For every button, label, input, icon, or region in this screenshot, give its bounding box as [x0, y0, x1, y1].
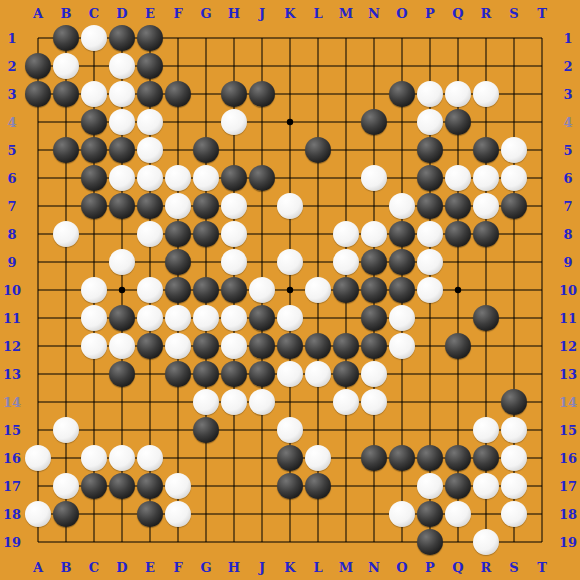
intersection-A7[interactable]: [24, 192, 52, 220]
intersection-T6[interactable]: [528, 164, 556, 192]
intersection-G8[interactable]: [192, 220, 220, 248]
intersection-P18[interactable]: [416, 500, 444, 528]
intersection-G4[interactable]: [192, 108, 220, 136]
intersection-D16[interactable]: [108, 444, 136, 472]
intersection-J19[interactable]: [248, 528, 276, 556]
intersection-N6[interactable]: [360, 164, 388, 192]
intersection-D9[interactable]: [108, 248, 136, 276]
intersection-R13[interactable]: [472, 360, 500, 388]
intersection-A15[interactable]: [24, 416, 52, 444]
intersection-J11[interactable]: [248, 304, 276, 332]
intersection-Q14[interactable]: [444, 388, 472, 416]
intersection-D7[interactable]: [108, 192, 136, 220]
intersection-D15[interactable]: [108, 416, 136, 444]
intersection-N10[interactable]: [360, 276, 388, 304]
intersection-R7[interactable]: [472, 192, 500, 220]
intersection-F16[interactable]: [164, 444, 192, 472]
intersection-P2[interactable]: [416, 52, 444, 80]
intersection-O14[interactable]: [388, 388, 416, 416]
intersection-G14[interactable]: [192, 388, 220, 416]
intersection-D11[interactable]: [108, 304, 136, 332]
intersection-H14[interactable]: [220, 388, 248, 416]
intersection-H8[interactable]: [220, 220, 248, 248]
intersection-Q9[interactable]: [444, 248, 472, 276]
intersection-M18[interactable]: [332, 500, 360, 528]
intersection-K5[interactable]: [276, 136, 304, 164]
intersection-E5[interactable]: [136, 136, 164, 164]
intersection-T4[interactable]: [528, 108, 556, 136]
intersection-J6[interactable]: [248, 164, 276, 192]
intersection-B15[interactable]: [52, 416, 80, 444]
intersection-A14[interactable]: [24, 388, 52, 416]
intersection-O12[interactable]: [388, 332, 416, 360]
intersection-N13[interactable]: [360, 360, 388, 388]
intersection-L13[interactable]: [304, 360, 332, 388]
intersection-Q7[interactable]: [444, 192, 472, 220]
intersection-Q5[interactable]: [444, 136, 472, 164]
intersection-P14[interactable]: [416, 388, 444, 416]
intersection-J5[interactable]: [248, 136, 276, 164]
intersection-R8[interactable]: [472, 220, 500, 248]
intersection-N19[interactable]: [360, 528, 388, 556]
intersection-O11[interactable]: [388, 304, 416, 332]
intersection-S12[interactable]: [500, 332, 528, 360]
intersection-G7[interactable]: [192, 192, 220, 220]
intersection-R2[interactable]: [472, 52, 500, 80]
intersection-F11[interactable]: [164, 304, 192, 332]
intersection-M10[interactable]: [332, 276, 360, 304]
intersection-S14[interactable]: [500, 388, 528, 416]
intersection-N1[interactable]: [360, 24, 388, 52]
intersection-S10[interactable]: [500, 276, 528, 304]
intersection-F1[interactable]: [164, 24, 192, 52]
intersection-H6[interactable]: [220, 164, 248, 192]
intersection-F12[interactable]: [164, 332, 192, 360]
intersection-F8[interactable]: [164, 220, 192, 248]
intersection-L10[interactable]: [304, 276, 332, 304]
intersection-P19[interactable]: [416, 528, 444, 556]
intersection-L6[interactable]: [304, 164, 332, 192]
intersection-S9[interactable]: [500, 248, 528, 276]
intersection-B5[interactable]: [52, 136, 80, 164]
intersection-F7[interactable]: [164, 192, 192, 220]
intersection-N9[interactable]: [360, 248, 388, 276]
intersection-T16[interactable]: [528, 444, 556, 472]
intersection-D10[interactable]: [108, 276, 136, 304]
intersection-S18[interactable]: [500, 500, 528, 528]
intersection-L9[interactable]: [304, 248, 332, 276]
intersection-H1[interactable]: [220, 24, 248, 52]
intersection-Q4[interactable]: [444, 108, 472, 136]
intersection-C18[interactable]: [80, 500, 108, 528]
intersection-B13[interactable]: [52, 360, 80, 388]
intersection-G10[interactable]: [192, 276, 220, 304]
intersection-C19[interactable]: [80, 528, 108, 556]
intersection-P4[interactable]: [416, 108, 444, 136]
intersection-O10[interactable]: [388, 276, 416, 304]
intersection-M2[interactable]: [332, 52, 360, 80]
intersection-B12[interactable]: [52, 332, 80, 360]
intersection-O5[interactable]: [388, 136, 416, 164]
intersection-E18[interactable]: [136, 500, 164, 528]
intersection-F2[interactable]: [164, 52, 192, 80]
intersection-B8[interactable]: [52, 220, 80, 248]
intersection-A1[interactable]: [24, 24, 52, 52]
intersection-R10[interactable]: [472, 276, 500, 304]
intersection-C13[interactable]: [80, 360, 108, 388]
intersection-G18[interactable]: [192, 500, 220, 528]
intersection-G5[interactable]: [192, 136, 220, 164]
intersection-P3[interactable]: [416, 80, 444, 108]
intersection-G1[interactable]: [192, 24, 220, 52]
intersection-P17[interactable]: [416, 472, 444, 500]
intersection-N4[interactable]: [360, 108, 388, 136]
intersection-O7[interactable]: [388, 192, 416, 220]
intersection-N8[interactable]: [360, 220, 388, 248]
intersection-H12[interactable]: [220, 332, 248, 360]
intersection-N12[interactable]: [360, 332, 388, 360]
intersection-F13[interactable]: [164, 360, 192, 388]
intersection-E3[interactable]: [136, 80, 164, 108]
intersection-H4[interactable]: [220, 108, 248, 136]
intersection-S4[interactable]: [500, 108, 528, 136]
intersection-T17[interactable]: [528, 472, 556, 500]
intersection-B6[interactable]: [52, 164, 80, 192]
intersection-M11[interactable]: [332, 304, 360, 332]
intersection-L11[interactable]: [304, 304, 332, 332]
intersection-C12[interactable]: [80, 332, 108, 360]
intersection-F6[interactable]: [164, 164, 192, 192]
intersection-D19[interactable]: [108, 528, 136, 556]
intersection-H9[interactable]: [220, 248, 248, 276]
intersection-K16[interactable]: [276, 444, 304, 472]
intersection-H16[interactable]: [220, 444, 248, 472]
intersection-A13[interactable]: [24, 360, 52, 388]
intersection-B2[interactable]: [52, 52, 80, 80]
intersection-G17[interactable]: [192, 472, 220, 500]
intersection-E2[interactable]: [136, 52, 164, 80]
intersection-K10[interactable]: [276, 276, 304, 304]
intersection-R15[interactable]: [472, 416, 500, 444]
intersection-C3[interactable]: [80, 80, 108, 108]
intersection-K3[interactable]: [276, 80, 304, 108]
intersection-F19[interactable]: [164, 528, 192, 556]
intersection-K7[interactable]: [276, 192, 304, 220]
intersection-M1[interactable]: [332, 24, 360, 52]
intersection-O3[interactable]: [388, 80, 416, 108]
intersection-O9[interactable]: [388, 248, 416, 276]
intersection-J18[interactable]: [248, 500, 276, 528]
intersection-H5[interactable]: [220, 136, 248, 164]
intersection-A12[interactable]: [24, 332, 52, 360]
intersection-J15[interactable]: [248, 416, 276, 444]
intersection-C1[interactable]: [80, 24, 108, 52]
intersection-O6[interactable]: [388, 164, 416, 192]
intersection-T5[interactable]: [528, 136, 556, 164]
intersection-O8[interactable]: [388, 220, 416, 248]
intersection-O2[interactable]: [388, 52, 416, 80]
intersection-A3[interactable]: [24, 80, 52, 108]
intersection-M14[interactable]: [332, 388, 360, 416]
intersection-A4[interactable]: [24, 108, 52, 136]
intersection-G19[interactable]: [192, 528, 220, 556]
intersection-H13[interactable]: [220, 360, 248, 388]
intersection-R16[interactable]: [472, 444, 500, 472]
intersection-M3[interactable]: [332, 80, 360, 108]
intersection-O13[interactable]: [388, 360, 416, 388]
intersection-R17[interactable]: [472, 472, 500, 500]
intersection-B7[interactable]: [52, 192, 80, 220]
intersection-M13[interactable]: [332, 360, 360, 388]
intersection-B4[interactable]: [52, 108, 80, 136]
intersection-Q11[interactable]: [444, 304, 472, 332]
intersection-P8[interactable]: [416, 220, 444, 248]
intersection-M9[interactable]: [332, 248, 360, 276]
intersection-A19[interactable]: [24, 528, 52, 556]
intersection-O1[interactable]: [388, 24, 416, 52]
intersection-A11[interactable]: [24, 304, 52, 332]
intersection-D3[interactable]: [108, 80, 136, 108]
intersection-P9[interactable]: [416, 248, 444, 276]
intersection-B1[interactable]: [52, 24, 80, 52]
intersection-D13[interactable]: [108, 360, 136, 388]
intersection-R11[interactable]: [472, 304, 500, 332]
intersection-S7[interactable]: [500, 192, 528, 220]
intersection-G2[interactable]: [192, 52, 220, 80]
intersection-P13[interactable]: [416, 360, 444, 388]
intersection-R12[interactable]: [472, 332, 500, 360]
intersection-S5[interactable]: [500, 136, 528, 164]
intersection-C5[interactable]: [80, 136, 108, 164]
intersection-K9[interactable]: [276, 248, 304, 276]
intersection-B9[interactable]: [52, 248, 80, 276]
intersection-P15[interactable]: [416, 416, 444, 444]
intersection-B16[interactable]: [52, 444, 80, 472]
intersection-K17[interactable]: [276, 472, 304, 500]
intersection-R6[interactable]: [472, 164, 500, 192]
intersection-R18[interactable]: [472, 500, 500, 528]
intersection-M5[interactable]: [332, 136, 360, 164]
intersection-N14[interactable]: [360, 388, 388, 416]
intersection-G6[interactable]: [192, 164, 220, 192]
intersection-C7[interactable]: [80, 192, 108, 220]
intersection-M16[interactable]: [332, 444, 360, 472]
intersection-A9[interactable]: [24, 248, 52, 276]
intersection-G3[interactable]: [192, 80, 220, 108]
intersection-O16[interactable]: [388, 444, 416, 472]
intersection-P7[interactable]: [416, 192, 444, 220]
intersection-A6[interactable]: [24, 164, 52, 192]
intersection-T19[interactable]: [528, 528, 556, 556]
intersection-H3[interactable]: [220, 80, 248, 108]
intersection-F14[interactable]: [164, 388, 192, 416]
intersection-H19[interactable]: [220, 528, 248, 556]
intersection-B18[interactable]: [52, 500, 80, 528]
intersection-G9[interactable]: [192, 248, 220, 276]
intersection-L14[interactable]: [304, 388, 332, 416]
intersection-T11[interactable]: [528, 304, 556, 332]
intersection-K11[interactable]: [276, 304, 304, 332]
intersection-L2[interactable]: [304, 52, 332, 80]
intersection-S11[interactable]: [500, 304, 528, 332]
intersection-H15[interactable]: [220, 416, 248, 444]
intersection-K6[interactable]: [276, 164, 304, 192]
intersection-E6[interactable]: [136, 164, 164, 192]
intersection-D14[interactable]: [108, 388, 136, 416]
intersection-E17[interactable]: [136, 472, 164, 500]
intersection-F17[interactable]: [164, 472, 192, 500]
intersection-H17[interactable]: [220, 472, 248, 500]
intersection-N17[interactable]: [360, 472, 388, 500]
intersection-C9[interactable]: [80, 248, 108, 276]
intersection-Q18[interactable]: [444, 500, 472, 528]
intersection-J16[interactable]: [248, 444, 276, 472]
intersection-K18[interactable]: [276, 500, 304, 528]
intersection-C4[interactable]: [80, 108, 108, 136]
intersection-B3[interactable]: [52, 80, 80, 108]
intersection-A2[interactable]: [24, 52, 52, 80]
intersection-A17[interactable]: [24, 472, 52, 500]
intersection-M8[interactable]: [332, 220, 360, 248]
intersection-Q2[interactable]: [444, 52, 472, 80]
intersection-R9[interactable]: [472, 248, 500, 276]
intersection-D18[interactable]: [108, 500, 136, 528]
intersection-N3[interactable]: [360, 80, 388, 108]
intersection-P11[interactable]: [416, 304, 444, 332]
intersection-E12[interactable]: [136, 332, 164, 360]
intersection-D4[interactable]: [108, 108, 136, 136]
intersection-A5[interactable]: [24, 136, 52, 164]
intersection-O18[interactable]: [388, 500, 416, 528]
intersection-J9[interactable]: [248, 248, 276, 276]
intersection-M6[interactable]: [332, 164, 360, 192]
intersection-R19[interactable]: [472, 528, 500, 556]
intersection-H2[interactable]: [220, 52, 248, 80]
intersection-P10[interactable]: [416, 276, 444, 304]
intersection-B17[interactable]: [52, 472, 80, 500]
intersection-F18[interactable]: [164, 500, 192, 528]
intersection-S17[interactable]: [500, 472, 528, 500]
intersection-E15[interactable]: [136, 416, 164, 444]
intersection-R14[interactable]: [472, 388, 500, 416]
intersection-E1[interactable]: [136, 24, 164, 52]
intersection-H18[interactable]: [220, 500, 248, 528]
intersection-F5[interactable]: [164, 136, 192, 164]
intersection-D12[interactable]: [108, 332, 136, 360]
intersection-L3[interactable]: [304, 80, 332, 108]
intersection-H11[interactable]: [220, 304, 248, 332]
intersection-T3[interactable]: [528, 80, 556, 108]
intersection-F15[interactable]: [164, 416, 192, 444]
intersection-P16[interactable]: [416, 444, 444, 472]
intersection-O15[interactable]: [388, 416, 416, 444]
intersection-E16[interactable]: [136, 444, 164, 472]
intersection-L4[interactable]: [304, 108, 332, 136]
intersection-M17[interactable]: [332, 472, 360, 500]
intersection-L5[interactable]: [304, 136, 332, 164]
intersection-G11[interactable]: [192, 304, 220, 332]
intersection-T8[interactable]: [528, 220, 556, 248]
intersection-T1[interactable]: [528, 24, 556, 52]
intersection-Q17[interactable]: [444, 472, 472, 500]
intersection-C15[interactable]: [80, 416, 108, 444]
intersection-O4[interactable]: [388, 108, 416, 136]
intersection-S19[interactable]: [500, 528, 528, 556]
intersection-E19[interactable]: [136, 528, 164, 556]
intersection-A18[interactable]: [24, 500, 52, 528]
intersection-F4[interactable]: [164, 108, 192, 136]
intersection-L18[interactable]: [304, 500, 332, 528]
intersection-K14[interactable]: [276, 388, 304, 416]
intersection-L12[interactable]: [304, 332, 332, 360]
intersection-Q19[interactable]: [444, 528, 472, 556]
intersection-B10[interactable]: [52, 276, 80, 304]
intersection-Q6[interactable]: [444, 164, 472, 192]
intersection-Q10[interactable]: [444, 276, 472, 304]
intersection-M12[interactable]: [332, 332, 360, 360]
intersection-B19[interactable]: [52, 528, 80, 556]
intersection-M19[interactable]: [332, 528, 360, 556]
intersection-J17[interactable]: [248, 472, 276, 500]
intersection-S1[interactable]: [500, 24, 528, 52]
intersection-T12[interactable]: [528, 332, 556, 360]
intersection-A16[interactable]: [24, 444, 52, 472]
intersection-N15[interactable]: [360, 416, 388, 444]
intersection-J1[interactable]: [248, 24, 276, 52]
intersection-C14[interactable]: [80, 388, 108, 416]
intersection-B14[interactable]: [52, 388, 80, 416]
intersection-T9[interactable]: [528, 248, 556, 276]
intersection-N2[interactable]: [360, 52, 388, 80]
intersection-J12[interactable]: [248, 332, 276, 360]
intersection-T14[interactable]: [528, 388, 556, 416]
intersection-Q8[interactable]: [444, 220, 472, 248]
intersection-S3[interactable]: [500, 80, 528, 108]
intersection-R4[interactable]: [472, 108, 500, 136]
intersection-J2[interactable]: [248, 52, 276, 80]
intersection-E14[interactable]: [136, 388, 164, 416]
intersection-H7[interactable]: [220, 192, 248, 220]
intersection-M4[interactable]: [332, 108, 360, 136]
intersection-L7[interactable]: [304, 192, 332, 220]
intersection-L19[interactable]: [304, 528, 332, 556]
intersection-L16[interactable]: [304, 444, 332, 472]
intersection-Q16[interactable]: [444, 444, 472, 472]
intersection-J3[interactable]: [248, 80, 276, 108]
intersection-D5[interactable]: [108, 136, 136, 164]
intersection-S8[interactable]: [500, 220, 528, 248]
intersection-F9[interactable]: [164, 248, 192, 276]
intersection-S2[interactable]: [500, 52, 528, 80]
intersection-C2[interactable]: [80, 52, 108, 80]
intersection-T10[interactable]: [528, 276, 556, 304]
intersection-P5[interactable]: [416, 136, 444, 164]
intersection-K8[interactable]: [276, 220, 304, 248]
intersection-N7[interactable]: [360, 192, 388, 220]
intersection-Q15[interactable]: [444, 416, 472, 444]
intersection-Q12[interactable]: [444, 332, 472, 360]
intersection-L15[interactable]: [304, 416, 332, 444]
intersection-O17[interactable]: [388, 472, 416, 500]
intersection-G15[interactable]: [192, 416, 220, 444]
intersection-E9[interactable]: [136, 248, 164, 276]
intersection-L8[interactable]: [304, 220, 332, 248]
intersection-J14[interactable]: [248, 388, 276, 416]
intersection-T2[interactable]: [528, 52, 556, 80]
intersection-E11[interactable]: [136, 304, 164, 332]
intersection-E8[interactable]: [136, 220, 164, 248]
intersection-Q1[interactable]: [444, 24, 472, 52]
